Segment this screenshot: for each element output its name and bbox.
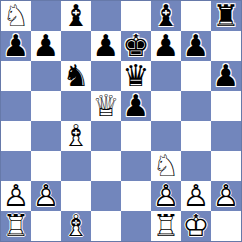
square-c1[interactable]: ♝♗ (61, 211, 91, 241)
square-f7[interactable]: ♟ (151, 31, 181, 61)
square-b6[interactable] (31, 61, 61, 91)
white-pawn: ♟♙ (211, 181, 241, 211)
square-h2[interactable]: ♟♙ (211, 181, 241, 211)
square-b7[interactable]: ♟ (31, 31, 61, 61)
square-f8[interactable]: ♝ (151, 1, 181, 31)
square-a5[interactable] (1, 91, 31, 121)
square-g8[interactable] (181, 1, 211, 31)
white-pawn: ♟♙ (1, 181, 31, 211)
square-c5[interactable] (61, 91, 91, 121)
square-g4[interactable] (181, 121, 211, 151)
square-f4[interactable] (151, 121, 181, 151)
white-knight: ♞♘ (1, 1, 31, 31)
black-queen: ♛ (121, 61, 151, 91)
square-e4[interactable] (121, 121, 151, 151)
square-f3[interactable]: ♞♘ (151, 151, 181, 181)
black-rook: ♜ (211, 1, 241, 31)
black-pawn: ♟ (181, 31, 211, 61)
black-knight: ♞ (61, 61, 91, 91)
white-queen: ♛♕ (91, 91, 121, 121)
square-g5[interactable] (181, 91, 211, 121)
square-h5[interactable] (211, 91, 241, 121)
square-h6[interactable]: ♟ (211, 61, 241, 91)
square-f6[interactable] (151, 61, 181, 91)
square-e8[interactable] (121, 1, 151, 31)
square-h7[interactable] (211, 31, 241, 61)
square-a3[interactable] (1, 151, 31, 181)
black-king: ♚ (121, 31, 151, 61)
black-pawn: ♟ (31, 31, 61, 61)
square-d2[interactable] (91, 181, 121, 211)
square-d3[interactable] (91, 151, 121, 181)
white-king: ♚♔ (181, 211, 211, 241)
square-f5[interactable] (151, 91, 181, 121)
square-h8[interactable]: ♜ (211, 1, 241, 31)
square-e7[interactable]: ♚ (121, 31, 151, 61)
square-a2[interactable]: ♟♙ (1, 181, 31, 211)
black-bishop: ♝ (151, 1, 181, 31)
square-b8[interactable] (31, 1, 61, 31)
white-pawn: ♟♙ (181, 181, 211, 211)
white-rook: ♜♖ (151, 211, 181, 241)
black-pawn: ♟ (211, 61, 241, 91)
black-bishop: ♝ (61, 1, 91, 31)
square-e5[interactable]: ♟ (121, 91, 151, 121)
white-pawn: ♟♙ (31, 181, 61, 211)
black-pawn: ♟ (121, 91, 151, 121)
square-g1[interactable]: ♚♔ (181, 211, 211, 241)
square-g6[interactable] (181, 61, 211, 91)
black-pawn: ♟ (91, 31, 121, 61)
square-d7[interactable]: ♟ (91, 31, 121, 61)
square-f2[interactable]: ♟♙ (151, 181, 181, 211)
square-a6[interactable] (1, 61, 31, 91)
white-bishop: ♝♗ (61, 121, 91, 151)
square-c4[interactable]: ♝♗ (61, 121, 91, 151)
square-a4[interactable] (1, 121, 31, 151)
square-c2[interactable] (61, 181, 91, 211)
chess-board: ♞♘♝♝♜♟♟♟♚♟♟♞♛♟♛♕♟♝♗♞♘♟♙♟♙♟♙♟♙♟♙♜♖♝♗♜♖♚♔ (0, 0, 242, 242)
square-b3[interactable] (31, 151, 61, 181)
square-b4[interactable] (31, 121, 61, 151)
square-h3[interactable] (211, 151, 241, 181)
black-pawn: ♟ (1, 31, 31, 61)
square-d5[interactable]: ♛♕ (91, 91, 121, 121)
white-pawn: ♟♙ (151, 181, 181, 211)
white-rook: ♜♖ (1, 211, 31, 241)
square-c7[interactable] (61, 31, 91, 61)
square-a7[interactable]: ♟ (1, 31, 31, 61)
square-b1[interactable] (31, 211, 61, 241)
white-knight: ♞♘ (151, 151, 181, 181)
square-h4[interactable] (211, 121, 241, 151)
white-bishop: ♝♗ (61, 211, 91, 241)
square-e6[interactable]: ♛ (121, 61, 151, 91)
square-c8[interactable]: ♝ (61, 1, 91, 31)
square-d6[interactable] (91, 61, 121, 91)
square-e3[interactable] (121, 151, 151, 181)
square-e1[interactable] (121, 211, 151, 241)
square-h1[interactable] (211, 211, 241, 241)
square-g7[interactable]: ♟ (181, 31, 211, 61)
square-a8[interactable]: ♞♘ (1, 1, 31, 31)
square-b5[interactable] (31, 91, 61, 121)
square-d1[interactable] (91, 211, 121, 241)
square-d4[interactable] (91, 121, 121, 151)
square-d8[interactable] (91, 1, 121, 31)
square-g3[interactable] (181, 151, 211, 181)
black-pawn: ♟ (151, 31, 181, 61)
square-c6[interactable]: ♞ (61, 61, 91, 91)
square-c3[interactable] (61, 151, 91, 181)
square-f1[interactable]: ♜♖ (151, 211, 181, 241)
square-a1[interactable]: ♜♖ (1, 211, 31, 241)
square-b2[interactable]: ♟♙ (31, 181, 61, 211)
square-e2[interactable] (121, 181, 151, 211)
square-g2[interactable]: ♟♙ (181, 181, 211, 211)
